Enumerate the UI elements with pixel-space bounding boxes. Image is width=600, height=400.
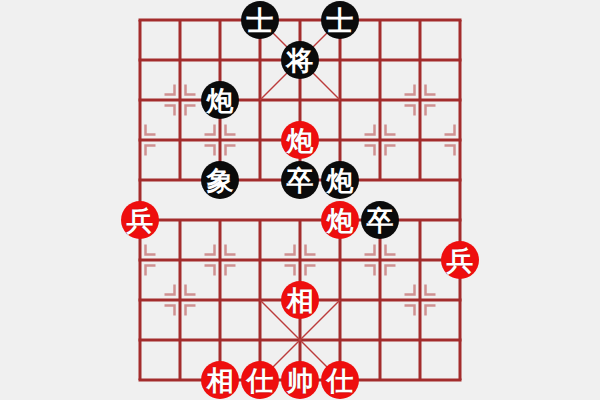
piece-red-general[interactable]: 帅 [281, 361, 319, 399]
piece-black-advisor[interactable]: 士 [321, 1, 359, 39]
xiangqi-board[interactable]: 士士将炮炮象卒炮兵炮卒兵相相仕帅仕 [0, 0, 600, 400]
pieces-layer: 士士将炮炮象卒炮兵炮卒兵相相仕帅仕 [120, 0, 480, 400]
piece-red-advisor[interactable]: 仕 [241, 361, 279, 399]
piece-black-elephant[interactable]: 象 [201, 161, 239, 199]
piece-black-cannon[interactable]: 炮 [321, 161, 359, 199]
piece-red-cannon[interactable]: 炮 [281, 121, 319, 159]
piece-red-pawn[interactable]: 兵 [441, 241, 479, 279]
piece-red-pawn[interactable]: 兵 [121, 201, 159, 239]
xiangqi-screenshot: 士士将炮炮象卒炮兵炮卒兵相相仕帅仕 [0, 0, 600, 400]
piece-black-cannon[interactable]: 炮 [201, 81, 239, 119]
piece-red-cannon[interactable]: 炮 [321, 201, 359, 239]
piece-black-general[interactable]: 将 [281, 41, 319, 79]
piece-black-pawn[interactable]: 卒 [281, 161, 319, 199]
piece-red-elephant[interactable]: 相 [201, 361, 239, 399]
piece-black-advisor[interactable]: 士 [241, 1, 279, 39]
piece-red-elephant[interactable]: 相 [281, 281, 319, 319]
piece-red-advisor[interactable]: 仕 [321, 361, 359, 399]
piece-black-pawn[interactable]: 卒 [361, 201, 399, 239]
